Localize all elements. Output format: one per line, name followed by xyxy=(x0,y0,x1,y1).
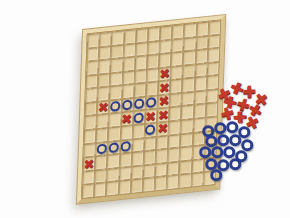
cell-r4-c2[interactable] xyxy=(98,73,110,87)
board-frame: ✖✖✖✖✖✖✖✖✖ xyxy=(77,15,225,204)
cell-r4-c4[interactable] xyxy=(122,71,134,85)
o-piece[interactable] xyxy=(108,142,118,152)
cell-r12-c10[interactable] xyxy=(191,173,203,187)
o-piece[interactable] xyxy=(122,100,132,111)
cell-r9-c9[interactable] xyxy=(180,133,192,147)
cell-r4-c9[interactable] xyxy=(183,64,195,78)
cell-r10-c2[interactable] xyxy=(95,155,107,169)
cell-r5-c8[interactable] xyxy=(170,79,182,93)
cell-r2-c10[interactable] xyxy=(196,36,208,50)
cell-r5-c10[interactable] xyxy=(194,77,206,91)
cell-r4-c11[interactable] xyxy=(207,62,219,76)
cell-r4-c10[interactable] xyxy=(195,63,207,77)
cell-r11-c1[interactable] xyxy=(83,170,95,184)
x-piece[interactable]: ✖ xyxy=(156,122,168,136)
cell-r9-c7[interactable] xyxy=(156,135,168,149)
cell-r4-c1[interactable] xyxy=(86,74,98,88)
cell-r6-c1[interactable] xyxy=(85,102,97,116)
cell-r8-c1[interactable] xyxy=(84,129,96,143)
x-piece[interactable]: ✖ xyxy=(145,109,157,123)
cell-r2-c1[interactable] xyxy=(87,47,99,61)
board-grid: ✖✖✖✖✖✖✖✖✖ xyxy=(81,20,221,200)
spare-o-piece[interactable] xyxy=(211,146,223,158)
cell-r7-c1[interactable] xyxy=(84,116,96,130)
cell-r10-c4[interactable] xyxy=(119,153,131,167)
cell-r9-c5[interactable] xyxy=(132,138,144,152)
cell-r3-c11[interactable] xyxy=(208,48,220,62)
cell-r7-c8[interactable] xyxy=(169,107,181,121)
cell-r5-c5[interactable] xyxy=(134,83,146,97)
cell-r8-c8[interactable] xyxy=(169,120,181,134)
cell-r6-c2[interactable]: ✖ xyxy=(97,101,109,115)
cell-r1-c5[interactable] xyxy=(136,28,148,42)
spare-o-piece[interactable] xyxy=(241,139,253,151)
cell-r6-c4[interactable] xyxy=(121,98,133,112)
cell-r7-c10[interactable] xyxy=(194,104,206,118)
spare-o-piece[interactable] xyxy=(229,134,241,146)
cell-r5-c3[interactable] xyxy=(110,86,122,100)
o-piece[interactable] xyxy=(110,101,120,111)
cell-r2-c3[interactable] xyxy=(111,45,123,59)
spare-o-piece[interactable] xyxy=(214,122,226,134)
cell-r3-c5[interactable] xyxy=(135,56,147,70)
cell-r12-c2[interactable] xyxy=(94,183,106,197)
cell-r10-c7[interactable] xyxy=(156,149,168,163)
cell-r9-c4[interactable] xyxy=(120,139,132,153)
spare-o-piece[interactable] xyxy=(199,146,211,158)
cell-r3-c3[interactable] xyxy=(111,58,123,72)
spare-o-piece[interactable] xyxy=(210,169,222,181)
cell-r10-c3[interactable] xyxy=(107,154,119,168)
x-piece[interactable]: ✖ xyxy=(83,157,94,171)
cell-r3-c1[interactable] xyxy=(86,61,98,75)
cell-r5-c9[interactable] xyxy=(182,78,194,92)
cell-r7-c5[interactable] xyxy=(133,110,145,124)
cell-r4-c5[interactable] xyxy=(134,69,146,83)
cell-r5-c4[interactable] xyxy=(122,84,134,98)
cell-r10-c1[interactable]: ✖ xyxy=(83,157,95,171)
cell-r11-c3[interactable] xyxy=(107,168,119,182)
x-piece[interactable]: ✖ xyxy=(97,101,109,115)
cell-r1-c10[interactable] xyxy=(196,22,208,36)
cell-r11-c2[interactable] xyxy=(95,169,107,183)
cell-r7-c11[interactable] xyxy=(206,103,218,117)
spare-o-piece[interactable] xyxy=(205,135,217,147)
spare-o-piece[interactable] xyxy=(205,158,217,170)
cell-r12-c8[interactable] xyxy=(167,175,179,189)
cell-r7-c3[interactable] xyxy=(109,113,121,127)
cell-r1-c7[interactable] xyxy=(160,26,172,40)
cell-r11-c9[interactable] xyxy=(179,160,191,174)
cell-r1-c3[interactable] xyxy=(112,31,124,45)
x-piece[interactable]: ✖ xyxy=(120,112,132,125)
cell-r5-c6[interactable] xyxy=(146,82,158,96)
cell-r10-c6[interactable] xyxy=(144,150,156,164)
o-piece[interactable] xyxy=(134,98,143,109)
cell-r11-c10[interactable] xyxy=(192,159,204,173)
o-piece[interactable] xyxy=(134,112,144,122)
spare-o-piece[interactable] xyxy=(226,121,238,133)
o-piece[interactable] xyxy=(145,125,156,135)
cell-r12-c9[interactable] xyxy=(179,174,191,188)
cell-r2-c4[interactable] xyxy=(123,43,135,57)
cell-r10-c5[interactable] xyxy=(131,152,143,166)
cell-r4-c6[interactable] xyxy=(146,68,158,82)
cell-r8-c6[interactable] xyxy=(145,123,157,137)
cell-r1-c4[interactable] xyxy=(124,30,136,44)
cell-r11-c8[interactable] xyxy=(167,162,179,176)
cell-r8-c2[interactable] xyxy=(96,128,108,142)
cell-r11-c5[interactable] xyxy=(131,165,143,179)
cell-r6-c6[interactable] xyxy=(146,96,158,110)
cell-r12-c4[interactable] xyxy=(118,180,130,194)
cell-r2-c8[interactable] xyxy=(172,38,184,52)
cell-r3-c2[interactable] xyxy=(99,59,111,73)
o-piece[interactable] xyxy=(121,141,131,151)
cell-r1-c9[interactable] xyxy=(184,23,196,37)
cell-r12-c1[interactable] xyxy=(82,184,94,198)
cell-r6-c10[interactable] xyxy=(194,90,206,104)
o-piece[interactable] xyxy=(146,97,156,108)
cell-r5-c11[interactable] xyxy=(207,75,219,89)
cell-r1-c8[interactable] xyxy=(172,24,184,38)
cell-r6-c3[interactable] xyxy=(109,99,121,113)
cell-r1-c2[interactable] xyxy=(99,32,111,46)
cell-r10-c8[interactable] xyxy=(168,148,180,162)
cell-r12-c3[interactable] xyxy=(106,182,118,196)
cell-r2-c9[interactable] xyxy=(184,37,196,51)
cell-r2-c7[interactable] xyxy=(160,39,172,53)
cell-r7-c2[interactable] xyxy=(97,114,109,128)
spare-o-piece[interactable] xyxy=(229,158,241,170)
cell-r9-c6[interactable] xyxy=(144,137,156,151)
cell-r8-c9[interactable] xyxy=(181,119,193,133)
cell-r11-c4[interactable] xyxy=(119,167,131,181)
spare-o-piece[interactable] xyxy=(223,146,235,158)
cell-r8-c3[interactable] xyxy=(108,127,120,141)
cell-r5-c1[interactable] xyxy=(85,88,97,102)
cell-r12-c6[interactable] xyxy=(143,178,155,192)
cell-r3-c6[interactable] xyxy=(147,54,159,68)
cell-r2-c6[interactable] xyxy=(147,41,159,55)
cell-r2-c5[interactable] xyxy=(135,42,147,56)
cell-r3-c9[interactable] xyxy=(183,51,195,65)
cell-r8-c7[interactable]: ✖ xyxy=(157,122,169,136)
cell-r9-c3[interactable] xyxy=(108,140,120,154)
cell-r1-c1[interactable] xyxy=(87,33,99,47)
cell-r11-c7[interactable] xyxy=(155,163,167,177)
game-board: ✖✖✖✖✖✖✖✖✖ xyxy=(77,15,225,204)
cell-r1-c11[interactable] xyxy=(208,21,220,35)
cell-r4-c7[interactable]: ✖ xyxy=(159,67,171,81)
cell-r12-c5[interactable] xyxy=(131,179,143,193)
spare-o-piece[interactable] xyxy=(217,134,229,146)
cell-r11-c6[interactable] xyxy=(143,164,155,178)
cell-r9-c2[interactable] xyxy=(96,142,108,156)
cell-r8-c4[interactable] xyxy=(120,125,132,139)
cell-r4-c8[interactable] xyxy=(171,66,183,80)
cell-r12-c7[interactable] xyxy=(155,176,167,190)
cell-r4-c3[interactable] xyxy=(110,72,122,86)
cell-r2-c11[interactable] xyxy=(208,34,220,48)
cell-r7-c9[interactable] xyxy=(181,105,193,119)
cell-r6-c5[interactable] xyxy=(133,97,145,111)
cell-r9-c8[interactable] xyxy=(168,134,180,148)
cell-r6-c8[interactable] xyxy=(170,93,182,107)
cell-r7-c6[interactable]: ✖ xyxy=(145,109,157,123)
cell-r6-c9[interactable] xyxy=(182,92,194,106)
cell-r8-c5[interactable] xyxy=(132,124,144,138)
photo-background: { "game": { "name": "Wooden Tic-Tac-Toe … xyxy=(0,0,290,218)
cell-r3-c10[interactable] xyxy=(195,49,207,63)
cell-r2-c2[interactable] xyxy=(99,46,111,60)
cell-r1-c6[interactable] xyxy=(148,27,160,41)
cell-r3-c4[interactable] xyxy=(123,57,135,71)
cell-r3-c8[interactable] xyxy=(171,52,183,66)
cell-r7-c4[interactable]: ✖ xyxy=(121,112,133,126)
o-piece[interactable] xyxy=(96,144,107,154)
cell-r10-c9[interactable] xyxy=(180,147,192,161)
